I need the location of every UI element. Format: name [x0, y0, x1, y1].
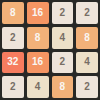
tile-r2c1: 2: [2, 27, 24, 49]
tile-r4c3: 8: [52, 76, 74, 98]
tile-r1c1: 8: [2, 2, 24, 24]
tile-r1c4: 2: [76, 2, 98, 24]
tile-r1c3: 2: [52, 2, 74, 24]
tile-r4c1: 2: [2, 76, 24, 98]
tile-r2c2: 8: [27, 27, 49, 49]
tile-r1c2: 16: [27, 2, 49, 24]
tile-r4c4: 2: [76, 76, 98, 98]
tile-r3c1: 32: [2, 52, 24, 74]
tile-r2c4: 8: [76, 27, 98, 49]
tile-r3c2: 16: [27, 52, 49, 74]
tile-r2c3: 4: [52, 27, 74, 49]
tile-r3c3: 2: [52, 52, 74, 74]
tile-r3c4: 4: [76, 52, 98, 74]
board-2048[interactable]: 8162228483216242482: [0, 0, 100, 100]
tile-r4c2: 4: [27, 76, 49, 98]
